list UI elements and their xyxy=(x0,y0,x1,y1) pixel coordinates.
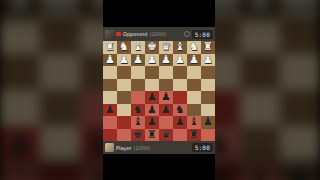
chess-piece-bR[interactable]: ♜ xyxy=(189,129,199,140)
board-square[interactable]: ♟ xyxy=(201,54,215,67)
opponent-name: Opponent xyxy=(123,31,148,37)
chess-piece-wP[interactable]: ♟ xyxy=(175,54,185,65)
board-square[interactable]: ♟ xyxy=(187,54,201,67)
chess-piece-wP[interactable]: ♟ xyxy=(133,54,143,65)
board-square[interactable]: ♜ xyxy=(201,41,215,54)
board-square[interactable]: ♞ xyxy=(117,41,131,54)
player-name: Player xyxy=(116,145,132,151)
timer-icon xyxy=(184,31,190,37)
board-square[interactable]: ♝ xyxy=(173,41,187,54)
board-square[interactable]: ♞ xyxy=(173,104,187,117)
opponent-clock: 5:00 xyxy=(192,30,213,39)
board-square[interactable]: ♚ xyxy=(131,129,145,142)
board-square[interactable] xyxy=(117,104,131,117)
chess-piece-bP[interactable]: ♟ xyxy=(147,104,157,115)
board-square[interactable] xyxy=(131,66,145,79)
board-square[interactable] xyxy=(117,91,131,104)
chess-board[interactable]: ♜♞♝♚♛♝♞♜♟♟♟♟♟♟♟♟♟♟♟♞♟♟♞♝♟♟♝♟♚♜♛♜ xyxy=(103,41,215,141)
board-square[interactable]: ♟ xyxy=(173,116,187,129)
opponent-rating: (1000) xyxy=(150,31,167,37)
board-square[interactable] xyxy=(117,129,131,142)
board-square[interactable]: ♟ xyxy=(117,54,131,67)
board-square[interactable]: ♜ xyxy=(145,129,159,142)
board-square[interactable]: ♟ xyxy=(103,54,117,67)
chess-piece-bB[interactable]: ♝ xyxy=(133,116,143,127)
board-square[interactable]: ♛ xyxy=(159,129,173,142)
board-square[interactable] xyxy=(131,79,145,92)
chess-piece-bP[interactable]: ♟ xyxy=(147,91,157,102)
chess-piece-wQ[interactable]: ♛ xyxy=(161,41,171,52)
board-square[interactable] xyxy=(131,91,145,104)
board-square[interactable] xyxy=(117,79,131,92)
board-square[interactable] xyxy=(159,116,173,129)
player-rating: (1000) xyxy=(134,145,151,151)
chess-piece-wN[interactable]: ♞ xyxy=(119,41,129,52)
board-square[interactable] xyxy=(187,66,201,79)
opponent-avatar[interactable] xyxy=(105,30,114,39)
board-square[interactable]: ♟ xyxy=(145,104,159,117)
chess-piece-bP[interactable]: ♟ xyxy=(161,91,171,102)
board-square[interactable] xyxy=(201,129,215,142)
chess-piece-wB[interactable]: ♝ xyxy=(175,41,185,52)
board-square[interactable] xyxy=(201,104,215,117)
chess-piece-bP[interactable]: ♟ xyxy=(161,104,171,115)
player-avatar[interactable] xyxy=(105,143,114,152)
video-frame: ♜♞♝♚♛♝♞♜♟♟♟♟♟♟♟♟♟♟♟♞♟♟♞♝♟♟♝♟♚♜♛♜ Opponen… xyxy=(0,0,320,180)
board-square[interactable] xyxy=(117,116,131,129)
chess-piece-wK[interactable]: ♚ xyxy=(147,41,157,52)
board-square[interactable] xyxy=(103,79,117,92)
game-column: Opponent (1000) 5:00 ♜♞♝♚♛♝♞♜♟♟♟♟♟♟♟♟♟♟♟… xyxy=(103,0,215,180)
chess-piece-bQ[interactable]: ♛ xyxy=(161,129,171,140)
chess-piece-wR[interactable]: ♜ xyxy=(203,41,213,52)
board-square[interactable] xyxy=(103,129,117,142)
board-square[interactable] xyxy=(103,91,117,104)
board-square[interactable] xyxy=(173,66,187,79)
board-square[interactable]: ♟ xyxy=(159,104,173,117)
board-square[interactable]: ♟ xyxy=(159,54,173,67)
chess-piece-bB[interactable]: ♝ xyxy=(189,116,199,127)
flag-icon xyxy=(116,32,121,36)
board-square[interactable] xyxy=(173,79,187,92)
bottom-player-bar: Player (1000) 5:00 xyxy=(103,141,215,154)
board-square[interactable] xyxy=(145,79,159,92)
board-square[interactable] xyxy=(103,116,117,129)
chess-piece-bP[interactable]: ♟ xyxy=(147,116,157,127)
chess-piece-bP[interactable]: ♟ xyxy=(203,116,213,127)
board-square[interactable]: ♟ xyxy=(159,91,173,104)
chess-piece-wR[interactable]: ♜ xyxy=(105,41,115,52)
board-square[interactable]: ♚ xyxy=(145,41,159,54)
chess-piece-wP[interactable]: ♟ xyxy=(119,54,129,65)
chess-piece-bR[interactable]: ♜ xyxy=(147,129,157,140)
board-square[interactable]: ♝ xyxy=(187,116,201,129)
board-square[interactable] xyxy=(187,79,201,92)
board-square[interactable] xyxy=(117,66,131,79)
board-square[interactable]: ♞ xyxy=(131,104,145,117)
board-square[interactable]: ♟ xyxy=(145,116,159,129)
board-square[interactable] xyxy=(145,66,159,79)
board-square[interactable] xyxy=(173,129,187,142)
player-clock: 5:00 xyxy=(192,143,213,152)
board-square[interactable]: ♟ xyxy=(145,54,159,67)
chess-piece-wP[interactable]: ♟ xyxy=(203,54,213,65)
chess-piece-wP[interactable]: ♟ xyxy=(105,54,115,65)
chess-piece-wN[interactable]: ♞ xyxy=(189,41,199,52)
chess-piece-wP[interactable]: ♟ xyxy=(189,54,199,65)
chess-piece-bN[interactable]: ♞ xyxy=(175,104,185,115)
board-square[interactable] xyxy=(159,66,173,79)
board-square[interactable] xyxy=(201,79,215,92)
board-square[interactable]: ♝ xyxy=(131,116,145,129)
chess-piece-bP[interactable]: ♟ xyxy=(105,104,115,115)
board-square[interactable] xyxy=(201,91,215,104)
board-square[interactable]: ♜ xyxy=(187,129,201,142)
board-square[interactable] xyxy=(103,66,117,79)
board-square[interactable] xyxy=(187,91,201,104)
board-square[interactable] xyxy=(201,66,215,79)
board-square[interactable]: ♟ xyxy=(103,104,117,117)
chess-piece-bP[interactable]: ♟ xyxy=(175,116,185,127)
chess-piece-wP[interactable]: ♟ xyxy=(161,54,171,65)
board-square[interactable]: ♝ xyxy=(131,41,145,54)
board-square[interactable] xyxy=(159,79,173,92)
board-square[interactable]: ♟ xyxy=(173,54,187,67)
top-player-bar: Opponent (1000) 5:00 xyxy=(103,27,215,41)
board-square[interactable]: ♛ xyxy=(159,41,173,54)
chess-piece-wB[interactable]: ♝ xyxy=(133,41,143,52)
board-square[interactable]: ♟ xyxy=(145,91,159,104)
board-square[interactable]: ♞ xyxy=(187,41,201,54)
board-square[interactable] xyxy=(187,104,201,117)
board-square[interactable] xyxy=(173,91,187,104)
board-square[interactable]: ♟ xyxy=(131,54,145,67)
board-square[interactable]: ♜ xyxy=(103,41,117,54)
board-square[interactable]: ♟ xyxy=(201,116,215,129)
chess-piece-wP[interactable]: ♟ xyxy=(147,54,157,65)
chess-piece-bK[interactable]: ♚ xyxy=(133,129,143,140)
chess-piece-bN[interactable]: ♞ xyxy=(133,104,143,115)
